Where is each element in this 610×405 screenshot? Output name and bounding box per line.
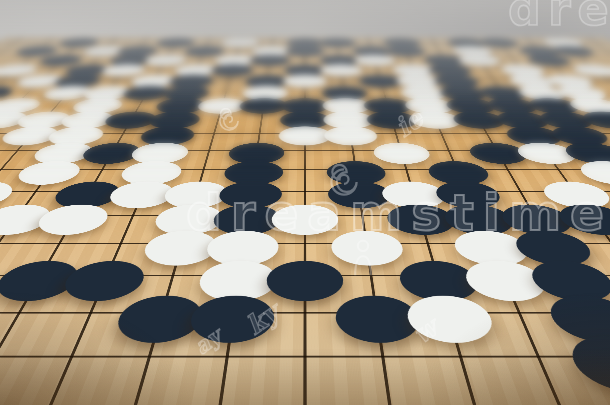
black-stone: ● (172, 284, 288, 345)
white-stone: ● (0, 197, 73, 236)
black-stone: ● (491, 122, 577, 146)
white-stone: ● (0, 61, 51, 76)
black-stone: ● (176, 43, 232, 56)
black-stone: ● (524, 284, 610, 345)
white-stone: ● (214, 35, 266, 47)
black-stone: ● (96, 284, 221, 345)
black-stone: ● (203, 61, 262, 76)
white-stone: ● (60, 94, 136, 114)
black-stone: ● (0, 82, 29, 100)
black-stone: ● (515, 52, 581, 66)
black-stone: ● (100, 52, 162, 66)
black-stone: ● (237, 71, 296, 88)
white-stone: ● (314, 61, 370, 76)
white-stone: ● (505, 82, 580, 100)
white-stone: ● (0, 155, 98, 186)
white-stone: ● (554, 94, 610, 114)
black-stone: ● (474, 94, 550, 114)
white-stone: ● (391, 82, 458, 100)
white-stone: ● (120, 71, 186, 88)
white-stone: ● (150, 175, 241, 209)
white-stone: ● (560, 155, 610, 186)
black-stone: ● (469, 35, 528, 47)
white-stone: ● (188, 94, 256, 114)
black-stone: ● (317, 155, 398, 186)
white-stone: ● (315, 107, 383, 129)
white-stone: ● (394, 94, 465, 114)
black-stone: ● (273, 94, 337, 114)
black-stone: ● (271, 107, 338, 129)
white-stone: ● (47, 107, 128, 129)
white-stone: ● (276, 71, 334, 88)
white-stone: ● (33, 122, 119, 146)
white-stone: ● (139, 197, 237, 236)
white-stone: ● (30, 82, 105, 100)
go-board-stock-photo: ●●●●●●●●●●●●●●●●●●●●●●●●●●●●●●●●●●●●●●●●… (0, 0, 610, 405)
black-stone: ● (280, 35, 330, 47)
white-stone: ● (399, 107, 474, 129)
white-stone: ● (532, 35, 594, 47)
black-stone: ● (28, 52, 94, 66)
black-stone: ● (253, 251, 358, 303)
black-stone: ● (108, 43, 168, 56)
black-stone: ● (483, 197, 592, 236)
black-stone: ● (535, 122, 610, 146)
black-stone: ● (414, 155, 503, 186)
perspective-viewport: ●●●●●●●●●●●●●●●●●●●●●●●●●●●●●●●●●●●●●●●●… (0, 0, 610, 405)
black-stone: ● (414, 52, 474, 66)
black-stone: ● (43, 71, 114, 88)
white-stone: ● (207, 52, 263, 66)
white-stone: ● (533, 71, 607, 88)
black-stone: ● (434, 94, 507, 114)
black-stone: ● (212, 155, 293, 186)
go-board: ●●●●●●●●●●●●●●●●●●●●●●●●●●●●●●●●●●●●●●●●… (0, 37, 610, 405)
white-stone: ● (91, 61, 156, 76)
black-stone: ● (375, 35, 428, 47)
white-stone: ● (446, 251, 568, 303)
black-stone: ● (357, 107, 428, 129)
black-stone: ● (112, 82, 182, 100)
black-stone: ● (524, 107, 608, 129)
black-stone: ● (351, 71, 412, 88)
black-stone: ● (482, 107, 563, 129)
white-stone: ● (524, 175, 610, 209)
black-stone: ● (5, 43, 70, 56)
black-stone: ● (206, 175, 292, 209)
white-stone: ● (0, 107, 45, 129)
white-stone: ● (501, 138, 593, 165)
black-stone: ● (421, 175, 517, 209)
white-stone: ● (192, 222, 291, 267)
black-stone: ● (419, 61, 482, 76)
black-stone: ● (92, 107, 170, 129)
white-stone: ● (0, 122, 75, 146)
black-stone: ● (378, 43, 434, 56)
white-stone: ● (559, 61, 610, 76)
white-stone: ● (489, 61, 557, 76)
black-stone: ● (315, 82, 377, 100)
white-stone: ● (93, 175, 189, 209)
white-stone: ● (315, 94, 380, 114)
black-stone: ● (467, 82, 539, 100)
black-stone: ● (230, 94, 295, 114)
white-stone: ● (2, 107, 86, 129)
black-stone: ● (507, 43, 570, 56)
black-stone: ● (49, 35, 110, 47)
black-stone: ● (313, 35, 363, 47)
black-stone: ● (428, 197, 531, 236)
white-stone: ● (73, 43, 134, 56)
white-stone: ● (18, 138, 110, 165)
black-stone: ● (423, 71, 489, 88)
white-stone: ● (260, 197, 351, 236)
white-stone: ● (127, 222, 232, 267)
black-stone: ● (514, 94, 593, 114)
white-stone: ● (320, 222, 419, 267)
black-stone: ● (218, 138, 294, 165)
white-stone: ● (270, 122, 341, 146)
black-stone: ● (355, 94, 423, 114)
black-stone: ● (438, 35, 495, 47)
black-stone: ● (0, 251, 102, 303)
black-stone: ● (37, 175, 138, 209)
white-stone: ● (389, 284, 514, 345)
white-stone: ● (135, 52, 195, 66)
black-stone: ● (322, 284, 438, 345)
black-stone: ● (313, 52, 367, 66)
white-stone: ● (0, 175, 35, 209)
white-stone: ● (496, 71, 567, 88)
black-stone: ● (440, 107, 518, 129)
black-stone: ● (54, 61, 122, 76)
black-stone: ● (128, 122, 207, 146)
black-stone: ● (345, 43, 399, 56)
white-stone: ● (183, 251, 290, 303)
black-stone: ● (148, 35, 203, 47)
black-stone: ● (243, 52, 297, 66)
white-stone: ● (347, 52, 403, 66)
white-stone: ● (543, 82, 610, 100)
black-stone: ● (542, 323, 610, 395)
black-stone: ● (383, 251, 497, 303)
black-stone: ● (547, 138, 610, 165)
black-stone: ● (318, 175, 404, 209)
white-stone: ● (316, 122, 388, 146)
black-stone: ● (43, 251, 165, 303)
black-stone: ● (159, 71, 223, 88)
black-stone: ● (429, 82, 499, 100)
black-stone: ● (565, 107, 610, 129)
black-stone: ● (152, 82, 219, 100)
black-stone: ● (279, 43, 330, 56)
white-stone: ● (363, 138, 443, 165)
white-stone: ● (71, 82, 143, 100)
black-stone: ● (68, 138, 156, 165)
white-stone: ● (443, 43, 503, 56)
black-stone: ● (540, 43, 605, 56)
white-stone: ● (369, 175, 460, 209)
white-stone: ● (0, 94, 56, 114)
black-stone: ● (199, 197, 291, 236)
white-stone: ● (18, 197, 127, 236)
white-stone: ● (448, 52, 510, 66)
black-stone: ● (145, 94, 216, 114)
white-stone: ● (4, 71, 78, 88)
white-stone: ● (234, 82, 296, 100)
white-stone: ● (165, 61, 226, 76)
white-stone: ● (384, 61, 445, 76)
black-stone: ● (508, 251, 610, 303)
white-stone: ● (245, 43, 297, 56)
white-stone: ● (106, 155, 195, 186)
black-stone: ● (537, 197, 610, 236)
white-stone: ● (436, 222, 548, 267)
black-stone: ● (455, 138, 543, 165)
black-stone: ● (495, 222, 610, 267)
black-stone: ● (277, 61, 333, 76)
white-stone: ● (118, 138, 202, 165)
white-stone: ● (387, 71, 451, 88)
black-stone: ● (137, 107, 212, 129)
black-stone: ● (373, 197, 471, 236)
